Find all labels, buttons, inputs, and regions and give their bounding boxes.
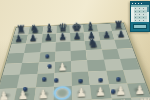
square-e3[interactable] — [71, 72, 90, 86]
square-g6[interactable] — [100, 39, 117, 49]
piece-shadow — [38, 91, 50, 98]
square-h3[interactable] — [123, 70, 145, 84]
square-c5[interactable] — [39, 51, 56, 62]
piece-shadow — [115, 33, 125, 37]
square-c4[interactable] — [37, 62, 55, 74]
piece-shadow — [86, 27, 95, 31]
square-h5[interactable] — [117, 48, 136, 59]
hint-dot-e3 — [78, 79, 83, 84]
piece-shadow — [58, 64, 68, 70]
scrollbar-thumb[interactable] — [147, 7, 149, 12]
square-b6[interactable] — [24, 43, 41, 53]
move-list-footer — [131, 22, 149, 31]
square-b3[interactable] — [17, 74, 37, 88]
piece-shadow — [132, 87, 145, 94]
hint-dot-c3 — [42, 77, 47, 82]
chess-board: ♜♞♝♛♚♝♜♟♟♟♟♟♟♟♟♞♟♟♟♟♟♟♟♟♜♞♝♛♚♝♞♜ — [0, 23, 150, 100]
piece-shadow — [59, 36, 68, 40]
move-list-window[interactable] — [130, 1, 150, 32]
move-list-rows — [131, 7, 147, 22]
square-h7[interactable]: ♟ — [112, 31, 129, 40]
piece-shadow — [45, 28, 53, 32]
square-g5[interactable] — [101, 49, 119, 60]
piece-shadow — [30, 37, 39, 41]
piece-shadow — [101, 34, 110, 38]
piece-shadow — [15, 37, 25, 41]
move-list-scrollbar[interactable] — [147, 7, 149, 22]
square-d4[interactable]: ♟ — [54, 61, 71, 73]
piece-shadow — [113, 25, 122, 29]
piece-shadow — [44, 36, 53, 40]
move-list-titlebar[interactable] — [131, 2, 149, 5]
piece-shadow — [73, 27, 81, 31]
piece-shadow — [88, 43, 98, 48]
square-d3[interactable] — [54, 73, 72, 87]
white-bishop-f1[interactable]: ♝ — [96, 98, 112, 100]
piece-shadow — [18, 29, 27, 33]
square-g3[interactable] — [106, 70, 127, 84]
hint-dot-d3 — [54, 78, 59, 83]
hint-dot-g3 — [116, 77, 121, 82]
square-d2[interactable] — [53, 85, 72, 100]
square-h4[interactable] — [120, 58, 140, 70]
square-c3[interactable] — [35, 73, 54, 87]
square-b4[interactable] — [20, 62, 39, 74]
square-b2[interactable]: ♟ — [14, 87, 35, 100]
piece-shadow — [31, 29, 40, 33]
square-e1[interactable]: ♚ — [72, 99, 93, 100]
chess-game-window: ♜♞♝♛♚♝♜♟♟♟♟♟♟♟♟♞♟♟♟♟♟♟♟♟♜♞♝♛♚♝♞♜ — [0, 0, 150, 100]
hint-dot-g2 — [111, 89, 116, 94]
square-e4[interactable] — [71, 60, 89, 72]
square-d5[interactable] — [55, 51, 71, 62]
square-e2[interactable]: ♟ — [72, 85, 92, 100]
piece-shadow — [59, 28, 67, 32]
board-scene: ♜♞♝♛♚♝♜♟♟♟♟♟♟♟♟♞♟♟♟♟♟♟♟♟♜♞♝♛♚♝♞♜ — [0, 0, 150, 100]
hint-dot-c4 — [47, 64, 51, 68]
hint-dot-c5 — [45, 54, 49, 58]
piece-shadow — [94, 88, 106, 95]
piece-shadow — [87, 34, 96, 38]
move-list-button[interactable] — [133, 24, 147, 29]
selection-ring — [54, 86, 72, 100]
white-pawn-d4[interactable]: ♟ — [58, 62, 68, 73]
square-h2[interactable]: ♟ — [127, 82, 150, 97]
square-h1[interactable]: ♜ — [131, 97, 150, 100]
piece-shadow — [73, 35, 82, 39]
square-b5[interactable] — [22, 52, 40, 63]
piece-shadow — [19, 91, 31, 98]
piece-shadow — [0, 92, 13, 99]
square-e5[interactable] — [71, 50, 88, 61]
square-a2[interactable]: ♟ — [0, 88, 17, 100]
piece-shadow — [76, 89, 88, 96]
square-c2[interactable]: ♟ — [33, 86, 53, 100]
hint-dot-f3 — [98, 77, 103, 82]
